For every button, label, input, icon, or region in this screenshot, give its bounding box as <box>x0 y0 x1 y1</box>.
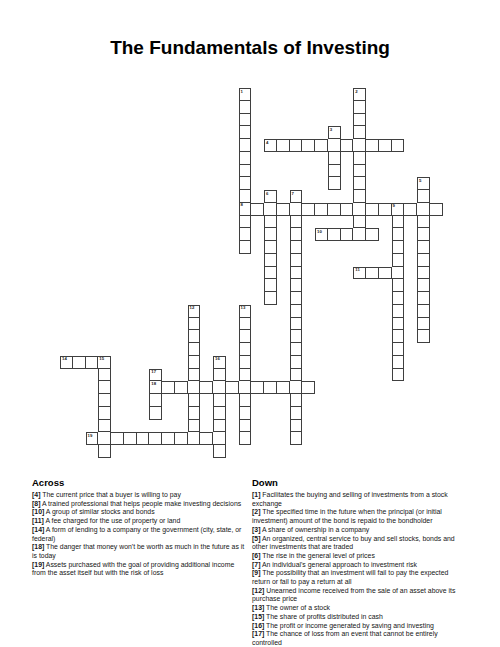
grid-cell-r4c17[interactable] <box>277 139 290 152</box>
black-cell <box>379 228 392 241</box>
grid-cell-r14c26[interactable] <box>392 267 405 280</box>
grid-cell-r8c16[interactable]: 6 <box>264 190 277 203</box>
black-cell <box>149 114 162 127</box>
grid-cell-r27c3[interactable] <box>98 432 111 445</box>
grid-cell-r11c22[interactable] <box>341 228 354 241</box>
black-cell <box>366 394 379 407</box>
black-cell <box>98 101 111 114</box>
black-cell <box>137 254 150 267</box>
grid-cell-r5c21[interactable] <box>328 152 341 165</box>
black-cell <box>226 152 239 165</box>
grid-cell-r13c18[interactable] <box>290 254 303 267</box>
grid-cell-r20c26[interactable] <box>392 343 405 356</box>
clue-text: The current price that a buyer is willin… <box>42 491 181 498</box>
grid-cell-r25c3[interactable] <box>98 407 111 420</box>
grid-cell-r6c14[interactable] <box>239 165 252 178</box>
grid-cell-r4c24[interactable] <box>366 139 379 152</box>
grid-cell-r27c6[interactable] <box>137 432 150 445</box>
grid-cell-r25c14[interactable] <box>239 407 252 420</box>
grid-cell-r23c3[interactable] <box>98 381 111 394</box>
grid-cell-r15c26[interactable] <box>392 279 405 292</box>
grid-cell-r20c10[interactable] <box>188 343 201 356</box>
grid-cell-r25c10[interactable] <box>188 407 201 420</box>
black-cell <box>111 228 124 241</box>
grid-cell-r11c14[interactable] <box>239 228 252 241</box>
grid-cell-r11c24[interactable] <box>366 228 379 241</box>
grid-cell-r17c18[interactable] <box>290 305 303 318</box>
grid-cell-r28c12[interactable] <box>213 445 226 458</box>
across-clue: [10] A group of similar stocks and bonds <box>32 508 247 517</box>
black-cell <box>137 318 150 331</box>
grid-cell-r28c3[interactable] <box>98 445 111 458</box>
black-cell <box>73 445 86 458</box>
grid-cell-r16c26[interactable] <box>392 292 405 305</box>
grid-cell-r19c18[interactable] <box>290 330 303 343</box>
grid-cell-r1c23[interactable] <box>353 101 366 114</box>
grid-cell-r13c28[interactable] <box>417 254 430 267</box>
black-cell <box>430 216 443 229</box>
grid-cell-r11c18[interactable] <box>290 228 303 241</box>
grid-cell-r4c14[interactable] <box>239 139 252 152</box>
grid-cell-r23c8[interactable] <box>162 381 175 394</box>
grid-cell-r11c28[interactable] <box>417 228 430 241</box>
grid-cell-r19c28[interactable] <box>417 330 430 343</box>
grid-cell-r9c22[interactable] <box>341 203 354 216</box>
black-cell <box>149 203 162 216</box>
grid-cell-r21c14[interactable] <box>239 356 252 369</box>
black-cell <box>175 228 188 241</box>
grid-cell-r9c29[interactable] <box>430 203 443 216</box>
grid-cell-r9c25[interactable] <box>379 203 392 216</box>
black-cell <box>417 445 430 458</box>
grid-cell-r2c23[interactable] <box>353 114 366 127</box>
grid-cell-r18c14[interactable] <box>239 318 252 331</box>
grid-cell-r9c24[interactable] <box>366 203 379 216</box>
black-cell <box>137 216 150 229</box>
grid-cell-r16c16[interactable] <box>264 292 277 305</box>
grid-cell-r9c21[interactable] <box>328 203 341 216</box>
grid-cell-r9c14[interactable]: 8 <box>239 203 252 216</box>
grid-cell-r4c23[interactable] <box>353 139 366 152</box>
grid-cell-r3c14[interactable] <box>239 126 252 139</box>
crossword-grid[interactable]: 12345678910111213141516171819 <box>60 88 443 458</box>
grid-cell-r22c12[interactable] <box>213 369 226 382</box>
black-cell <box>175 254 188 267</box>
grid-cell-r21c18[interactable] <box>290 356 303 369</box>
grid-cell-r20c14[interactable] <box>239 343 252 356</box>
grid-cell-r17c14[interactable]: 13 <box>239 305 252 318</box>
black-cell <box>341 318 354 331</box>
black-cell <box>98 190 111 203</box>
across-clue: [19] Assets purchased with the goal of p… <box>32 561 247 578</box>
black-cell <box>341 177 354 190</box>
black-cell <box>264 165 277 178</box>
black-cell <box>175 114 188 127</box>
grid-cell-r18c28[interactable] <box>417 318 430 331</box>
black-cell <box>149 241 162 254</box>
grid-cell-r10c26[interactable] <box>392 216 405 229</box>
grid-cell-r16c18[interactable] <box>290 292 303 305</box>
grid-cell-r24c12[interactable] <box>213 394 226 407</box>
grid-cell-r26c18[interactable] <box>290 420 303 433</box>
grid-cell-r13c26[interactable] <box>392 254 405 267</box>
grid-cell-r22c18[interactable] <box>290 369 303 382</box>
black-cell <box>366 356 379 369</box>
black-cell <box>73 88 86 101</box>
grid-cell-r19c14[interactable] <box>239 330 252 343</box>
grid-cell-r8c23[interactable] <box>353 190 366 203</box>
grid-cell-r9c18[interactable] <box>290 203 303 216</box>
black-cell <box>175 305 188 318</box>
grid-cell-r27c4[interactable] <box>111 432 124 445</box>
grid-cell-r9c20[interactable] <box>315 203 328 216</box>
black-cell <box>200 88 213 101</box>
grid-cell-r18c10[interactable] <box>188 318 201 331</box>
black-cell <box>226 445 239 458</box>
grid-cell-r20c18[interactable] <box>290 343 303 356</box>
black-cell <box>302 190 315 203</box>
black-cell <box>404 318 417 331</box>
grid-cell-r27c5[interactable] <box>124 432 137 445</box>
black-cell <box>149 190 162 203</box>
black-cell <box>328 420 341 433</box>
black-cell <box>213 292 226 305</box>
black-cell <box>277 330 290 343</box>
grid-cell-r26c10[interactable] <box>188 420 201 433</box>
black-cell <box>315 190 328 203</box>
black-cell <box>60 228 73 241</box>
grid-cell-r27c2[interactable]: 19 <box>86 432 99 445</box>
grid-cell-r9c19[interactable] <box>302 203 315 216</box>
grid-cell-r23c14[interactable] <box>239 381 252 394</box>
black-cell <box>60 445 73 458</box>
grid-cell-r4c26[interactable] <box>392 139 405 152</box>
grid-cell-r11c16[interactable] <box>264 228 277 241</box>
black-cell <box>315 318 328 331</box>
black-cell <box>430 407 443 420</box>
grid-cell-r27c10[interactable] <box>188 432 201 445</box>
black-cell <box>213 139 226 152</box>
grid-cell-r6c23[interactable] <box>353 165 366 178</box>
grid-cell-r17c28[interactable] <box>417 305 430 318</box>
black-cell <box>137 177 150 190</box>
grid-cell-r22c10[interactable] <box>188 369 201 382</box>
grid-cell-r23c16[interactable] <box>264 381 277 394</box>
across-clues-section: Across [4] The current price that a buye… <box>32 477 247 578</box>
black-cell <box>328 445 341 458</box>
black-cell <box>315 216 328 229</box>
grid-cell-r12c14[interactable] <box>239 241 252 254</box>
grid-cell-r13c16[interactable] <box>264 254 277 267</box>
grid-cell-r4c20[interactable] <box>315 139 328 152</box>
black-cell <box>175 420 188 433</box>
grid-cell-r22c7[interactable]: 17 <box>149 369 162 382</box>
grid-cell-r19c10[interactable] <box>188 330 201 343</box>
black-cell <box>226 101 239 114</box>
grid-cell-r5c23[interactable] <box>353 152 366 165</box>
black-cell <box>162 420 175 433</box>
grid-cell-r26c12[interactable] <box>213 420 226 433</box>
grid-cell-r27c8[interactable] <box>162 432 175 445</box>
black-cell <box>404 356 417 369</box>
grid-cell-r4c16[interactable]: 4 <box>264 139 277 152</box>
grid-cell-r10c14[interactable] <box>239 216 252 229</box>
grid-cell-r12c28[interactable] <box>417 241 430 254</box>
grid-cell-r9c15[interactable] <box>251 203 264 216</box>
black-cell <box>124 343 137 356</box>
grid-cell-r0c14[interactable]: 1 <box>239 88 252 101</box>
black-cell <box>392 381 405 394</box>
grid-cell-r7c23[interactable] <box>353 177 366 190</box>
black-cell <box>328 381 341 394</box>
grid-cell-r22c26[interactable] <box>392 369 405 382</box>
grid-cell-r24c14[interactable] <box>239 394 252 407</box>
black-cell <box>277 267 290 280</box>
grid-cell-r4c21[interactable] <box>328 139 341 152</box>
black-cell <box>379 394 392 407</box>
across-clue: [11] A fee charged for the use of proper… <box>32 517 247 526</box>
black-cell <box>175 279 188 292</box>
grid-cell-r12c26[interactable] <box>392 241 405 254</box>
black-cell <box>417 420 430 433</box>
grid-cell-r9c28[interactable] <box>417 203 430 216</box>
black-cell <box>124 88 137 101</box>
black-cell <box>124 394 137 407</box>
grid-cell-r14c25[interactable] <box>379 267 392 280</box>
grid-cell-r6c21[interactable] <box>328 165 341 178</box>
black-cell <box>366 114 379 127</box>
grid-cell-r0c23[interactable]: 2 <box>353 88 366 101</box>
grid-cell-r9c26[interactable]: 9 <box>392 203 405 216</box>
black-cell <box>430 114 443 127</box>
black-cell <box>162 369 175 382</box>
grid-cell-r9c17[interactable] <box>277 203 290 216</box>
grid-cell-r25c18[interactable] <box>290 407 303 420</box>
grid-cell-r9c27[interactable] <box>404 203 417 216</box>
black-cell <box>226 254 239 267</box>
grid-cell-r9c23[interactable] <box>353 203 366 216</box>
black-cell <box>137 343 150 356</box>
grid-cell-r7c14[interactable] <box>239 177 252 190</box>
grid-cell-r14c16[interactable] <box>264 267 277 280</box>
black-cell <box>404 139 417 152</box>
grid-cell-r21c1[interactable] <box>73 356 86 369</box>
black-cell <box>213 101 226 114</box>
black-cell <box>417 165 430 178</box>
black-cell <box>111 381 124 394</box>
black-cell <box>264 114 277 127</box>
grid-cell-r1c14[interactable] <box>239 101 252 114</box>
grid-cell-r8c28[interactable] <box>417 190 430 203</box>
black-cell <box>60 343 73 356</box>
cell-number: 1 <box>241 90 243 95</box>
grid-cell-r14c18[interactable] <box>290 267 303 280</box>
grid-cell-r5c14[interactable] <box>239 152 252 165</box>
grid-cell-r18c26[interactable] <box>392 318 405 331</box>
black-cell <box>277 305 290 318</box>
black-cell <box>162 292 175 305</box>
grid-cell-r27c18[interactable] <box>290 432 303 445</box>
grid-cell-r23c7[interactable]: 18 <box>149 381 162 394</box>
grid-cell-r27c7[interactable] <box>149 432 162 445</box>
grid-cell-r10c28[interactable] <box>417 216 430 229</box>
grid-cell-r15c16[interactable] <box>264 279 277 292</box>
black-cell <box>60 305 73 318</box>
grid-cell-r14c24[interactable] <box>366 267 379 280</box>
black-cell <box>188 126 201 139</box>
black-cell <box>430 165 443 178</box>
black-cell <box>353 305 366 318</box>
grid-cell-r23c17[interactable] <box>277 381 290 394</box>
grid-cell-r7c28[interactable]: 5 <box>417 177 430 190</box>
clue-number: [3] <box>252 526 260 533</box>
grid-cell-r11c20[interactable]: 10 <box>315 228 328 241</box>
black-cell <box>315 407 328 420</box>
grid-cell-r11c26[interactable] <box>392 228 405 241</box>
down-clue: [3] A share of ownership in a company <box>252 526 467 535</box>
grid-cell-r12c18[interactable] <box>290 241 303 254</box>
cell-number: 17 <box>151 370 156 375</box>
black-cell <box>251 228 264 241</box>
grid-cell-r11c23[interactable] <box>353 228 366 241</box>
grid-cell-r17c26[interactable] <box>392 305 405 318</box>
grid-cell-r26c14[interactable] <box>239 420 252 433</box>
grid-cell-r24c3[interactable] <box>98 394 111 407</box>
black-cell <box>162 445 175 458</box>
black-cell <box>328 394 341 407</box>
grid-cell-r4c22[interactable] <box>341 139 354 152</box>
grid-cell-r23c10[interactable] <box>188 381 201 394</box>
black-cell <box>162 254 175 267</box>
grid-cell-r27c14[interactable] <box>239 432 252 445</box>
grid-cell-r23c12[interactable] <box>213 381 226 394</box>
grid-cell-r4c19[interactable] <box>302 139 315 152</box>
grid-cell-r23c15[interactable] <box>251 381 264 394</box>
grid-cell-r15c18[interactable] <box>290 279 303 292</box>
grid-cell-r4c18[interactable] <box>290 139 303 152</box>
grid-cell-r18c18[interactable] <box>290 318 303 331</box>
black-cell <box>290 445 303 458</box>
grid-cell-r14c28[interactable] <box>417 267 430 280</box>
black-cell <box>124 420 137 433</box>
grid-cell-r14c23[interactable]: 11 <box>353 267 366 280</box>
black-cell <box>302 318 315 331</box>
grid-cell-r24c18[interactable] <box>290 394 303 407</box>
grid-cell-r12c16[interactable] <box>264 241 277 254</box>
black-cell <box>264 88 277 101</box>
grid-cell-r25c7[interactable] <box>149 407 162 420</box>
black-cell <box>226 330 239 343</box>
black-cell <box>86 254 99 267</box>
black-cell <box>98 292 111 305</box>
black-cell <box>379 114 392 127</box>
grid-cell-r8c14[interactable] <box>239 190 252 203</box>
grid-cell-r25c12[interactable] <box>213 407 226 420</box>
black-cell <box>251 101 264 114</box>
grid-cell-r2c14[interactable] <box>239 114 252 127</box>
grid-cell-r17c10[interactable]: 12 <box>188 305 201 318</box>
grid-cell-r27c9[interactable] <box>175 432 188 445</box>
black-cell <box>328 356 341 369</box>
grid-cell-r9c16[interactable] <box>264 203 277 216</box>
black-cell <box>392 420 405 433</box>
black-cell <box>328 305 341 318</box>
black-cell <box>366 254 379 267</box>
black-cell <box>60 254 73 267</box>
grid-cell-r27c11[interactable] <box>200 432 213 445</box>
grid-cell-r10c16[interactable] <box>264 216 277 229</box>
black-cell <box>98 114 111 127</box>
grid-cell-r24c7[interactable] <box>149 394 162 407</box>
black-cell <box>353 407 366 420</box>
black-cell <box>111 254 124 267</box>
black-cell <box>60 330 73 343</box>
grid-cell-r21c2[interactable] <box>86 356 99 369</box>
grid-cell-r27c12[interactable] <box>213 432 226 445</box>
grid-cell-r15c28[interactable] <box>417 279 430 292</box>
grid-cell-r22c3[interactable] <box>98 369 111 382</box>
grid-cell-r7c21[interactable] <box>328 177 341 190</box>
black-cell <box>111 343 124 356</box>
grid-cell-r11c21[interactable] <box>328 228 341 241</box>
grid-cell-r23c18[interactable] <box>290 381 303 394</box>
black-cell <box>188 292 201 305</box>
black-cell <box>200 114 213 127</box>
black-cell <box>162 228 175 241</box>
grid-cell-r21c3[interactable]: 15 <box>98 356 111 369</box>
black-cell <box>264 432 277 445</box>
grid-cell-r10c23[interactable] <box>353 216 366 229</box>
black-cell <box>60 407 73 420</box>
black-cell <box>251 177 264 190</box>
grid-cell-r21c12[interactable]: 16 <box>213 356 226 369</box>
grid-cell-r23c13[interactable] <box>226 381 239 394</box>
clue-text: Assets purchased with the goal of provid… <box>32 561 234 577</box>
grid-cell-r21c10[interactable] <box>188 356 201 369</box>
black-cell <box>175 126 188 139</box>
grid-cell-r21c0[interactable]: 14 <box>60 356 73 369</box>
grid-cell-r23c19[interactable] <box>302 381 315 394</box>
black-cell <box>353 318 366 331</box>
cell-number: 8 <box>241 203 243 208</box>
grid-cell-r21c26[interactable] <box>392 356 405 369</box>
black-cell <box>124 101 137 114</box>
grid-cell-r24c10[interactable] <box>188 394 201 407</box>
grid-cell-r10c18[interactable] <box>290 216 303 229</box>
black-cell <box>149 330 162 343</box>
black-cell <box>379 292 392 305</box>
grid-cell-r19c26[interactable] <box>392 330 405 343</box>
black-cell <box>277 432 290 445</box>
grid-cell-r3c21[interactable]: 3 <box>328 126 341 139</box>
grid-cell-r22c14[interactable] <box>239 369 252 382</box>
clue-number: [9] <box>252 569 260 576</box>
black-cell <box>392 126 405 139</box>
grid-cell-r3c23[interactable] <box>353 126 366 139</box>
grid-cell-r23c11[interactable] <box>200 381 213 394</box>
grid-cell-r4c25[interactable] <box>379 139 392 152</box>
grid-cell-r8c18[interactable]: 7 <box>290 190 303 203</box>
grid-cell-r23c9[interactable] <box>175 381 188 394</box>
black-cell <box>251 420 264 433</box>
grid-cell-r26c3[interactable] <box>98 420 111 433</box>
black-cell <box>137 420 150 433</box>
black-cell <box>379 356 392 369</box>
black-cell <box>149 445 162 458</box>
clue-number: [15] <box>252 613 264 620</box>
grid-cell-r16c28[interactable] <box>417 292 430 305</box>
black-cell <box>430 356 443 369</box>
